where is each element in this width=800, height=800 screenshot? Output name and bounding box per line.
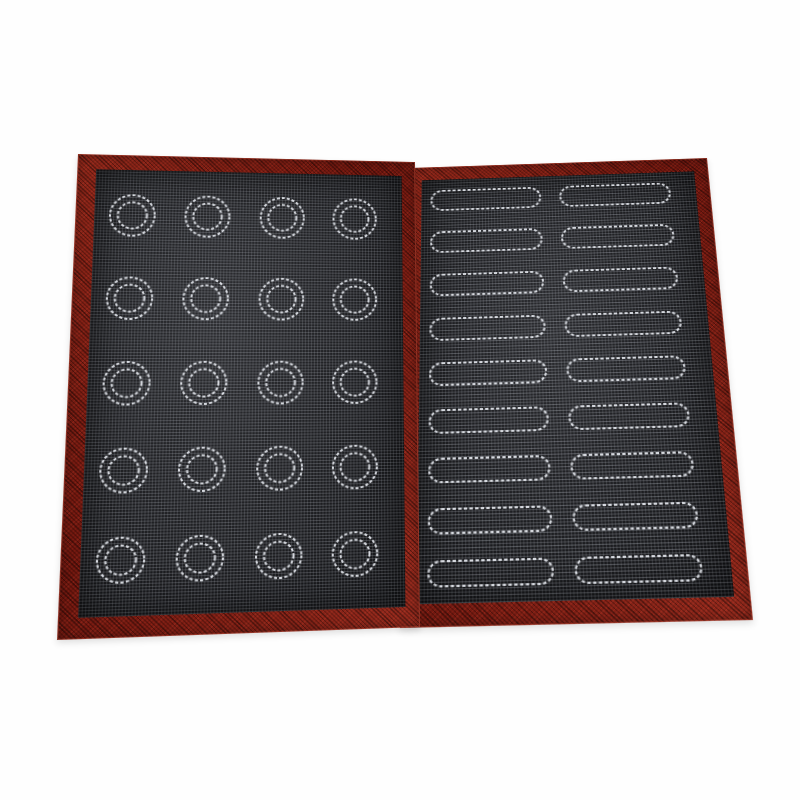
guide-outline [569, 450, 696, 481]
macaron-guide-circle [317, 424, 392, 511]
guide-outline [573, 552, 705, 585]
guide-outline [253, 531, 303, 580]
guide-outline [104, 275, 155, 321]
guide-outline [428, 359, 549, 388]
guide-outline [561, 265, 680, 293]
macaron-guide-circle [162, 425, 242, 514]
guide-outline [257, 277, 305, 322]
macaron-guide-circle [169, 176, 245, 258]
guide-outline [331, 444, 379, 491]
macaron-guide-circle [317, 509, 393, 599]
guide-outline [429, 227, 544, 254]
macaron-guide-grid [78, 169, 405, 618]
macaron-guide-circle [239, 511, 317, 602]
guide-outline [254, 444, 303, 492]
macaron-mat-border-frame [57, 154, 420, 640]
macaron-guide-circle [159, 513, 240, 605]
macaron-guide-circle [79, 514, 162, 607]
guide-outline [427, 504, 554, 536]
eclair-mat-mesh-surface [417, 171, 735, 604]
guide-outline [560, 223, 677, 250]
macaron-guide-circle [318, 179, 390, 260]
eclair-guide-slot [551, 214, 685, 260]
guide-outline [429, 186, 542, 212]
eclair-guide-slot [558, 391, 702, 443]
eclair-guide-slot [550, 173, 682, 218]
eclair-guide-slot [556, 344, 697, 394]
eclair-guide-grid [417, 171, 735, 604]
macaron-guide-circle [86, 340, 167, 427]
guide-outline [429, 270, 546, 298]
guide-outline [183, 194, 232, 239]
eclair-guide-slot [419, 395, 560, 447]
guide-outline [179, 360, 229, 406]
macaron-guide-circle [243, 258, 318, 341]
guide-outline [331, 277, 378, 321]
guide-outline [427, 405, 550, 435]
guide-outline [331, 360, 379, 405]
macaron-guide-circle [167, 257, 245, 341]
guide-outline [101, 360, 153, 407]
macaron-mat-mesh-surface [78, 169, 405, 618]
eclair-guide-slot [554, 299, 693, 348]
eclair-baking-mat [400, 158, 753, 628]
eclair-guide-slot [417, 544, 566, 601]
eclair-guide-slot [420, 303, 556, 352]
guide-outline [107, 193, 157, 238]
eclair-guide-slot [420, 260, 554, 308]
eclair-guide-slot [560, 439, 706, 493]
macaron-guide-circle [93, 174, 172, 257]
macaron-guide-circle [240, 425, 317, 513]
guide-outline [94, 535, 147, 585]
guide-outline [256, 360, 305, 406]
eclair-guide-slot [421, 218, 553, 264]
eclair-guide-slot [421, 177, 551, 222]
macaron-guide-circle [89, 256, 169, 340]
eclair-guide-slot [553, 256, 690, 304]
eclair-guide-slot [561, 489, 710, 544]
macaron-guide-circle [318, 259, 391, 341]
eclair-guide-slot [418, 443, 561, 496]
guide-outline [427, 454, 552, 485]
macaron-guide-circle [317, 341, 391, 425]
guide-outline [258, 196, 305, 240]
product-photo-scene [0, 0, 800, 800]
guide-outline [571, 500, 700, 532]
guide-outline [174, 533, 226, 583]
guide-outline [97, 446, 149, 495]
macaron-guide-circle [244, 177, 318, 258]
guide-outline [330, 530, 379, 579]
guide-outline [558, 182, 673, 208]
guide-outline [563, 309, 684, 338]
guide-outline [181, 276, 231, 321]
macaron-guide-circle [82, 426, 164, 516]
guide-outline [565, 355, 688, 384]
eclair-mat-border-frame [400, 158, 753, 628]
macaron-guide-circle [242, 340, 318, 425]
guide-outline [428, 313, 547, 341]
eclair-guide-slot [417, 492, 563, 547]
eclair-guide-slot [563, 540, 715, 597]
macaron-baking-mat [57, 154, 420, 640]
eclair-guide-slot [419, 348, 558, 398]
guide-outline [567, 402, 692, 432]
guide-outline [426, 556, 556, 589]
guide-outline [331, 197, 377, 241]
guide-outline [177, 445, 228, 493]
macaron-guide-circle [164, 340, 243, 426]
